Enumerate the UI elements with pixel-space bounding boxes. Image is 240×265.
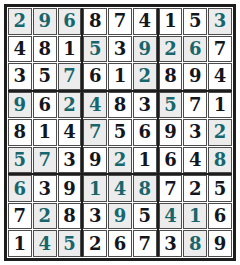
sudoku-cell-r5c1[interactable]: 8	[8, 119, 32, 146]
sudoku-boxes-grid: 2964813578745396121532678949628145734837…	[8, 8, 232, 257]
sudoku-cell-r3c6[interactable]: 2	[133, 63, 157, 90]
sudoku-cell-r6c8[interactable]: 4	[183, 147, 207, 174]
sudoku-cell-r2c5[interactable]: 3	[108, 36, 132, 63]
sudoku-cell-r2c8[interactable]: 6	[183, 36, 207, 63]
sudoku-cell-r9c4[interactable]: 2	[83, 230, 107, 257]
sudoku-cell-r4c7[interactable]: 5	[159, 92, 183, 119]
sudoku-cell-r1c7[interactable]: 1	[159, 8, 183, 35]
sudoku-cell-r4c8[interactable]: 7	[183, 92, 207, 119]
sudoku-cell-r2c6[interactable]: 9	[133, 36, 157, 63]
sudoku-cell-r6c2[interactable]: 7	[33, 147, 57, 174]
sudoku-board: 2964813578745396121532678949628145734837…	[0, 0, 240, 265]
sudoku-cell-r7c9[interactable]: 5	[208, 175, 232, 202]
sudoku-cell-r8c6[interactable]: 5	[133, 203, 157, 230]
sudoku-cell-r8c5[interactable]: 9	[108, 203, 132, 230]
sudoku-cell-r4c1[interactable]: 9	[8, 92, 32, 119]
sudoku-cell-r6c3[interactable]: 3	[58, 147, 82, 174]
sudoku-cell-r4c6[interactable]: 3	[133, 92, 157, 119]
sudoku-cell-r7c5[interactable]: 4	[108, 175, 132, 202]
sudoku-cell-r2c3[interactable]: 1	[58, 36, 82, 63]
sudoku-cell-r7c4[interactable]: 1	[83, 175, 107, 202]
sudoku-cell-r3c7[interactable]: 8	[159, 63, 183, 90]
sudoku-cell-r1c3[interactable]: 6	[58, 8, 82, 35]
sudoku-cell-r5c4[interactable]: 7	[83, 119, 107, 146]
sudoku-box-1-2: 571932648	[159, 92, 232, 174]
sudoku-cell-r9c3[interactable]: 5	[58, 230, 82, 257]
sudoku-cell-r4c2[interactable]: 6	[33, 92, 57, 119]
sudoku-cell-r9c8[interactable]: 8	[183, 230, 207, 257]
sudoku-cell-r7c6[interactable]: 8	[133, 175, 157, 202]
sudoku-box-0-0: 296481357	[8, 8, 81, 90]
sudoku-cell-r5c6[interactable]: 6	[133, 119, 157, 146]
sudoku-cell-r1c9[interactable]: 3	[208, 8, 232, 35]
sudoku-cell-r2c7[interactable]: 2	[159, 36, 183, 63]
sudoku-box-0-2: 153267894	[159, 8, 232, 90]
sudoku-cell-r3c2[interactable]: 5	[33, 63, 57, 90]
sudoku-cell-r5c2[interactable]: 1	[33, 119, 57, 146]
sudoku-cell-r7c1[interactable]: 6	[8, 175, 32, 202]
sudoku-cell-r9c5[interactable]: 6	[108, 230, 132, 257]
sudoku-cell-r8c2[interactable]: 2	[33, 203, 57, 230]
sudoku-box-2-1: 148395267	[83, 175, 156, 257]
sudoku-cell-r9c7[interactable]: 3	[159, 230, 183, 257]
sudoku-cell-r4c5[interactable]: 8	[108, 92, 132, 119]
sudoku-box-1-1: 483756921	[83, 92, 156, 174]
sudoku-cell-r9c9[interactable]: 9	[208, 230, 232, 257]
sudoku-cell-r6c1[interactable]: 5	[8, 147, 32, 174]
sudoku-cell-r8c3[interactable]: 8	[58, 203, 82, 230]
sudoku-box-2-0: 639728145	[8, 175, 81, 257]
sudoku-box-1-0: 962814573	[8, 92, 81, 174]
sudoku-cell-r4c4[interactable]: 4	[83, 92, 107, 119]
sudoku-cell-r3c5[interactable]: 1	[108, 63, 132, 90]
sudoku-cell-r5c5[interactable]: 5	[108, 119, 132, 146]
sudoku-cell-r3c9[interactable]: 4	[208, 63, 232, 90]
sudoku-cell-r1c1[interactable]: 2	[8, 8, 32, 35]
sudoku-cell-r9c2[interactable]: 4	[33, 230, 57, 257]
sudoku-cell-r6c5[interactable]: 2	[108, 147, 132, 174]
sudoku-cell-r6c4[interactable]: 9	[83, 147, 107, 174]
sudoku-cell-r9c1[interactable]: 1	[8, 230, 32, 257]
sudoku-cell-r8c7[interactable]: 4	[159, 203, 183, 230]
sudoku-cell-r7c8[interactable]: 2	[183, 175, 207, 202]
sudoku-cell-r3c1[interactable]: 3	[8, 63, 32, 90]
sudoku-frame: 2964813578745396121532678949628145734837…	[4, 4, 236, 261]
sudoku-cell-r2c4[interactable]: 5	[83, 36, 107, 63]
sudoku-cell-r3c3[interactable]: 7	[58, 63, 82, 90]
sudoku-cell-r2c9[interactable]: 7	[208, 36, 232, 63]
sudoku-cell-r7c3[interactable]: 9	[58, 175, 82, 202]
sudoku-cell-r2c1[interactable]: 4	[8, 36, 32, 63]
sudoku-cell-r6c6[interactable]: 1	[133, 147, 157, 174]
sudoku-cell-r1c6[interactable]: 4	[133, 8, 157, 35]
sudoku-cell-r5c7[interactable]: 9	[159, 119, 183, 146]
sudoku-cell-r7c7[interactable]: 7	[159, 175, 183, 202]
sudoku-cell-r1c2[interactable]: 9	[33, 8, 57, 35]
sudoku-cell-r1c5[interactable]: 7	[108, 8, 132, 35]
sudoku-cell-r3c8[interactable]: 9	[183, 63, 207, 90]
sudoku-cell-r7c2[interactable]: 3	[33, 175, 57, 202]
sudoku-cell-r1c8[interactable]: 5	[183, 8, 207, 35]
sudoku-box-0-1: 874539612	[83, 8, 156, 90]
sudoku-cell-r2c2[interactable]: 8	[33, 36, 57, 63]
sudoku-cell-r8c8[interactable]: 1	[183, 203, 207, 230]
sudoku-cell-r5c3[interactable]: 4	[58, 119, 82, 146]
sudoku-box-2-2: 725416389	[159, 175, 232, 257]
sudoku-cell-r5c8[interactable]: 3	[183, 119, 207, 146]
sudoku-cell-r3c4[interactable]: 6	[83, 63, 107, 90]
sudoku-cell-r8c4[interactable]: 3	[83, 203, 107, 230]
sudoku-cell-r6c9[interactable]: 8	[208, 147, 232, 174]
sudoku-cell-r1c4[interactable]: 8	[83, 8, 107, 35]
sudoku-cell-r8c1[interactable]: 7	[8, 203, 32, 230]
sudoku-cell-r5c9[interactable]: 2	[208, 119, 232, 146]
sudoku-cell-r4c9[interactable]: 1	[208, 92, 232, 119]
sudoku-cell-r8c9[interactable]: 6	[208, 203, 232, 230]
sudoku-cell-r9c6[interactable]: 7	[133, 230, 157, 257]
sudoku-cell-r4c3[interactable]: 2	[58, 92, 82, 119]
sudoku-cell-r6c7[interactable]: 6	[159, 147, 183, 174]
